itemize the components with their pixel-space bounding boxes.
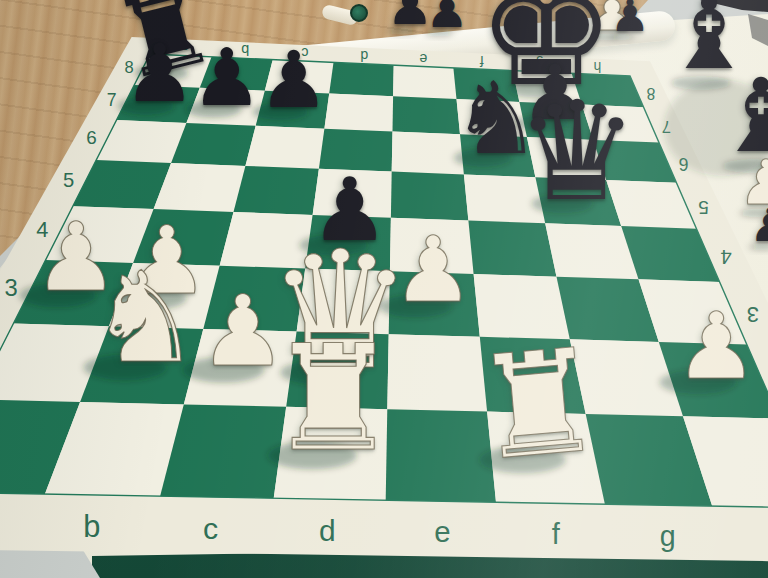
fallen-white-piece[interactable] bbox=[322, 2, 370, 30]
piece-white-pawn-h2[interactable]: ♟ bbox=[675, 299, 758, 391]
piece-black-pawn-b7[interactable]: ♟ bbox=[191, 38, 262, 117]
piece-black-pawn-a7[interactable]: ♟ bbox=[124, 35, 196, 115]
chess-board-photo-scene: aabbccddeeffgghh8877665544332211 ♟♟♟♟♜♝♚… bbox=[0, 0, 768, 578]
pieces-layer: ♟♟♟♟♜♝♚♟♟♟♟♞♝♛♟♟♟♟♟♟♞♟♛♟♜♜ bbox=[0, 0, 768, 578]
offboard-black-pawn-4[interactable]: ♟ bbox=[610, 0, 649, 38]
piece-black-queen-g5[interactable]: ♛ bbox=[515, 83, 638, 220]
fallen-piece-felt-base bbox=[350, 4, 368, 22]
offboard-black-piece-edge-8[interactable]: ♟ bbox=[749, 202, 768, 248]
piece-white-knight-b2[interactable]: ♞ bbox=[89, 256, 201, 381]
piece-white-rook-f1[interactable]: ♜ bbox=[469, 328, 608, 481]
piece-black-pawn-c7[interactable]: ♟ bbox=[258, 42, 328, 121]
piece-white-rook-d1[interactable]: ♜ bbox=[268, 326, 399, 472]
offboard-black-pawn-2[interactable]: ♟ bbox=[425, 0, 468, 34]
